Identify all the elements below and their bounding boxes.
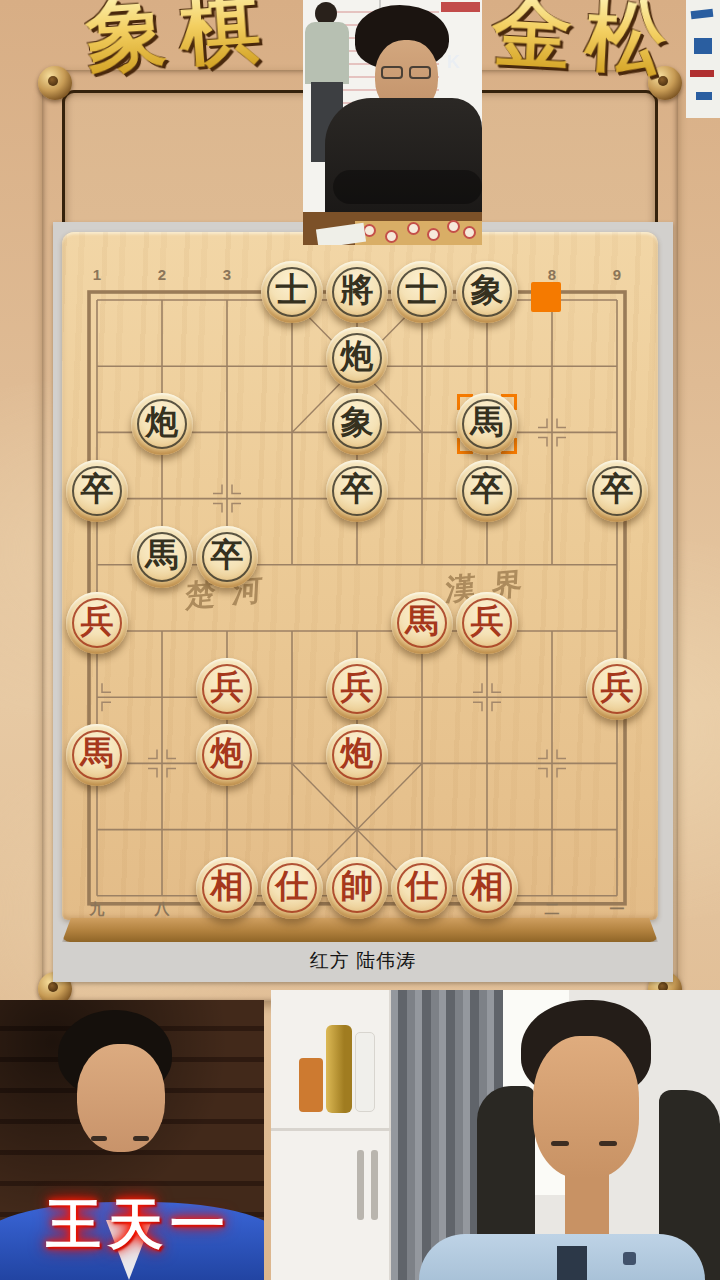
photo-player-arms <box>333 170 482 204</box>
frame-corner-ornament <box>38 66 72 100</box>
video-right-gold-bottle <box>326 1025 352 1113</box>
video-right-neck <box>565 1170 609 1236</box>
status-bar: 红方 陆伟涛 <box>53 948 673 974</box>
piece-red-帥[interactable]: 帥 <box>326 857 388 919</box>
piece-red-兵[interactable]: 兵 <box>586 658 648 720</box>
piece-red-仕[interactable]: 仕 <box>391 857 453 919</box>
piece-character: 兵 <box>586 658 648 720</box>
piece-character: 兵 <box>196 658 258 720</box>
video-right-collar-placket <box>557 1246 587 1280</box>
file-label-top-9: 9 <box>602 266 632 283</box>
photo-poster-letter: K <box>447 52 460 73</box>
last-move-from-marker <box>531 282 561 312</box>
file-label-top-3: 3 <box>212 266 242 283</box>
photo-mini-piece <box>407 222 420 235</box>
file-label-bottom-二: 二 <box>537 900 567 919</box>
video-right-face <box>533 1036 639 1178</box>
video-right-cabinet-handle <box>357 1150 364 1220</box>
piece-black-象[interactable]: 象 <box>326 393 388 455</box>
video-left-eye <box>91 1136 107 1141</box>
piece-character: 仕 <box>391 857 453 919</box>
video-right-bottle <box>299 1058 323 1112</box>
title-left: 象棋 <box>82 0 277 92</box>
piece-black-炮[interactable]: 炮 <box>326 327 388 389</box>
piece-character: 相 <box>196 857 258 919</box>
piece-red-馬[interactable]: 馬 <box>391 592 453 654</box>
piece-red-炮[interactable]: 炮 <box>196 724 258 786</box>
video-right-cabinet-handle <box>371 1150 378 1220</box>
video-right-horse-emblem <box>623 1252 636 1265</box>
piece-character: 炮 <box>196 724 258 786</box>
piece-red-兵[interactable]: 兵 <box>326 658 388 720</box>
piece-character: 馬 <box>391 592 453 654</box>
board-base-edge <box>62 918 658 942</box>
file-label-top-8: 8 <box>537 266 567 283</box>
piece-character: 馬 <box>456 393 518 455</box>
piece-character: 炮 <box>131 393 193 455</box>
piece-black-馬[interactable]: 馬 <box>456 393 518 455</box>
piece-red-炮[interactable]: 炮 <box>326 724 388 786</box>
piece-character: 馬 <box>131 526 193 588</box>
video-feed-right <box>271 990 720 1280</box>
piece-character: 卒 <box>196 526 258 588</box>
piece-black-炮[interactable]: 炮 <box>131 393 193 455</box>
piece-black-士[interactable]: 士 <box>261 261 323 323</box>
piece-character: 象 <box>326 393 388 455</box>
file-label-top-1: 1 <box>82 266 112 283</box>
piece-character: 卒 <box>456 460 518 522</box>
photo-poster-redband <box>441 2 480 12</box>
player-name-overlay: 王天一 <box>46 1188 232 1262</box>
photo-player-glasses <box>409 66 431 79</box>
piece-red-兵[interactable]: 兵 <box>196 658 258 720</box>
photo-mini-piece <box>385 230 398 243</box>
page: 红方 陆伟涛 123456789九八七六五四三二一 楚河 漢界 士將士象炮炮象馬… <box>0 0 720 1280</box>
piece-black-將[interactable]: 將 <box>326 261 388 323</box>
piece-character: 炮 <box>326 724 388 786</box>
piece-character: 仕 <box>261 857 323 919</box>
piece-character: 士 <box>391 261 453 323</box>
piece-red-相[interactable]: 相 <box>456 857 518 919</box>
piece-character: 卒 <box>66 460 128 522</box>
piece-character: 相 <box>456 857 518 919</box>
piece-character: 兵 <box>66 592 128 654</box>
piece-character: 兵 <box>326 658 388 720</box>
piece-red-相[interactable]: 相 <box>196 857 258 919</box>
video-right-eye <box>599 1141 617 1146</box>
piece-character: 象 <box>456 261 518 323</box>
piece-character: 帥 <box>326 857 388 919</box>
video-left-face <box>77 1044 165 1152</box>
file-label-top-2: 2 <box>147 266 177 283</box>
video-left-eye <box>133 1136 149 1141</box>
poster-corner-photo <box>686 0 720 118</box>
file-label-bottom-八: 八 <box>147 900 177 919</box>
piece-black-卒[interactable]: 卒 <box>586 460 648 522</box>
piece-red-兵[interactable]: 兵 <box>66 592 128 654</box>
piece-character: 士 <box>261 261 323 323</box>
piece-red-仕[interactable]: 仕 <box>261 857 323 919</box>
piece-red-馬[interactable]: 馬 <box>66 724 128 786</box>
photo-mini-piece <box>463 226 476 239</box>
file-label-bottom-九: 九 <box>82 900 112 919</box>
photo-mini-piece <box>447 220 460 233</box>
piece-black-卒[interactable]: 卒 <box>326 460 388 522</box>
piece-character: 卒 <box>586 460 648 522</box>
piece-character: 將 <box>326 261 388 323</box>
piece-character: 炮 <box>326 327 388 389</box>
title-right: 金松 <box>489 0 682 95</box>
video-right-eye <box>551 1141 569 1146</box>
piece-black-象[interactable]: 象 <box>456 261 518 323</box>
piece-character: 馬 <box>66 724 128 786</box>
piece-black-卒[interactable]: 卒 <box>456 460 518 522</box>
status-bar-text: 红方 陆伟涛 <box>310 950 416 971</box>
photo-player-glasses <box>381 66 403 79</box>
file-label-bottom-一: 一 <box>602 900 632 919</box>
photo-mini-piece <box>427 228 440 241</box>
player-photo-top: K <box>303 0 482 245</box>
piece-black-馬[interactable]: 馬 <box>131 526 193 588</box>
piece-red-兵[interactable]: 兵 <box>456 592 518 654</box>
piece-character: 卒 <box>326 460 388 522</box>
piece-black-士[interactable]: 士 <box>391 261 453 323</box>
video-right-bottle <box>355 1032 375 1112</box>
video-right-shelf <box>271 1128 391 1131</box>
piece-black-卒[interactable]: 卒 <box>196 526 258 588</box>
piece-character: 兵 <box>456 592 518 654</box>
photo-bystander-shirt <box>305 22 349 84</box>
piece-black-卒[interactable]: 卒 <box>66 460 128 522</box>
